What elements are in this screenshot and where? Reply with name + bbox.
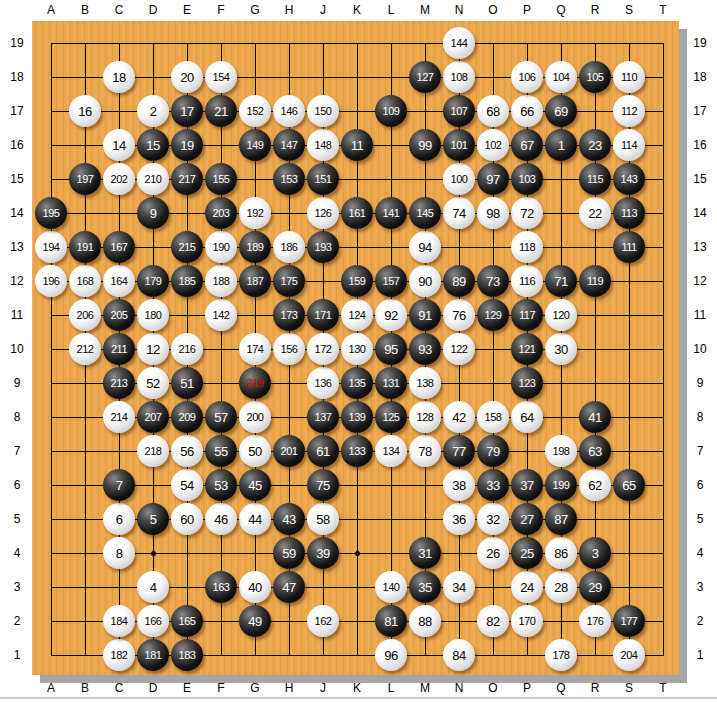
- black-stone: 123: [511, 367, 543, 399]
- coordinate-label: A: [34, 681, 68, 695]
- coordinate-label: H: [272, 681, 306, 695]
- white-stone: 184: [103, 605, 135, 637]
- white-stone: 198: [545, 435, 577, 467]
- white-stone: 182: [103, 639, 135, 671]
- black-stone: 165: [171, 605, 203, 637]
- coordinate-label: 17: [686, 94, 714, 128]
- black-stone: 153: [273, 163, 305, 195]
- coordinate-label: O: [476, 681, 510, 695]
- coordinate-label: D: [136, 681, 170, 695]
- black-stone: 45: [239, 469, 271, 501]
- white-stone: 192: [239, 197, 271, 229]
- black-stone: 5: [137, 503, 169, 535]
- black-stone: 99: [409, 129, 441, 161]
- black-stone: 177: [613, 605, 645, 637]
- coordinate-label: R: [578, 3, 612, 17]
- right-coordinates: 19181716151413121110987654321: [686, 26, 714, 672]
- black-stone: 61: [307, 435, 339, 467]
- white-stone: 174: [239, 333, 271, 365]
- white-stone: 116: [511, 265, 543, 297]
- white-stone: 96: [375, 639, 407, 671]
- white-stone: 188: [205, 265, 237, 297]
- white-stone: 20: [171, 61, 203, 93]
- black-stone: 17: [171, 95, 203, 127]
- white-stone: 52: [137, 367, 169, 399]
- black-stone: 29: [579, 571, 611, 603]
- white-stone: 134: [375, 435, 407, 467]
- white-stone: 124: [341, 299, 373, 331]
- black-stone: 133: [341, 435, 373, 467]
- white-stone: 136: [307, 367, 339, 399]
- black-stone: 205: [103, 299, 135, 331]
- black-stone: 183: [171, 639, 203, 671]
- black-stone: 37: [511, 469, 543, 501]
- coordinate-label: Q: [544, 3, 578, 17]
- coordinate-label: J: [306, 3, 340, 17]
- white-stone: 94: [409, 231, 441, 263]
- coordinate-label: F: [204, 3, 238, 17]
- white-stone: 26: [477, 537, 509, 569]
- black-stone: 135: [341, 367, 373, 399]
- black-stone: 159: [341, 265, 373, 297]
- black-stone: 35: [409, 571, 441, 603]
- white-stone: 108: [443, 61, 475, 93]
- black-stone: 105: [579, 61, 611, 93]
- white-stone: 114: [613, 129, 645, 161]
- black-stone: 145: [409, 197, 441, 229]
- coordinate-label: T: [646, 681, 680, 695]
- white-stone: 82: [477, 605, 509, 637]
- white-stone: 66: [511, 95, 543, 127]
- coordinate-label: F: [204, 681, 238, 695]
- white-stone: 204: [613, 639, 645, 671]
- white-stone: 74: [443, 197, 475, 229]
- black-stone: 97: [477, 163, 509, 195]
- black-stone: 201: [273, 435, 305, 467]
- black-stone: 189: [239, 231, 271, 263]
- coordinate-label: M: [408, 3, 442, 17]
- black-stone: 9: [137, 197, 169, 229]
- black-stone: 147: [273, 129, 305, 161]
- white-stone: 118: [511, 231, 543, 263]
- coordinate-label: 10: [3, 332, 31, 366]
- white-stone: 100: [443, 163, 475, 195]
- white-stone: 24: [511, 571, 543, 603]
- black-stone: 197: [69, 163, 101, 195]
- black-stone: 137: [307, 401, 339, 433]
- go-game-diagram: ABCDEFGHJKLMNOPQRST ABCDEFGHJKLMNOPQRST …: [0, 0, 717, 703]
- coordinate-label: T: [646, 3, 680, 17]
- white-stone: 166: [137, 605, 169, 637]
- coordinate-label: 16: [686, 128, 714, 162]
- coordinate-label: L: [374, 681, 408, 695]
- white-stone: 76: [443, 299, 475, 331]
- coordinate-label: 8: [686, 400, 714, 434]
- white-stone: 214: [103, 401, 135, 433]
- white-stone: 78: [409, 435, 441, 467]
- coordinate-label: E: [170, 3, 204, 17]
- black-stone: 155: [205, 163, 237, 195]
- black-stone: 121: [511, 333, 543, 365]
- board-grid: 1234567891112141516171819202122232425262…: [34, 26, 680, 672]
- coordinate-label: 17: [3, 94, 31, 128]
- white-stone: 130: [341, 333, 373, 365]
- black-stone: 47: [273, 571, 305, 603]
- white-stone: 210: [137, 163, 169, 195]
- white-stone: 194: [35, 231, 67, 263]
- white-stone: 168: [69, 265, 101, 297]
- white-stone: 60: [171, 503, 203, 535]
- black-stone: 1: [545, 129, 577, 161]
- coordinate-label: 6: [3, 468, 31, 502]
- black-stone: 49: [239, 605, 271, 637]
- black-stone: 151: [307, 163, 339, 195]
- white-stone: 150: [307, 95, 339, 127]
- black-stone: 89: [443, 265, 475, 297]
- black-stone: 141: [375, 197, 407, 229]
- white-stone: 176: [579, 605, 611, 637]
- white-stone: 18: [103, 61, 135, 93]
- black-stone: 71: [545, 265, 577, 297]
- white-stone: 90: [409, 265, 441, 297]
- white-stone: 14: [103, 129, 135, 161]
- black-stone: 203: [205, 197, 237, 229]
- goban[interactable]: 1234567891112141516171819202122232425262…: [32, 21, 679, 675]
- black-stone: 139: [341, 401, 373, 433]
- white-stone: 2: [137, 95, 169, 127]
- black-stone: 79: [477, 435, 509, 467]
- black-stone: 209: [171, 401, 203, 433]
- white-stone: 178: [545, 639, 577, 671]
- black-stone: 57: [205, 401, 237, 433]
- black-stone: 107: [443, 95, 475, 127]
- coordinate-label: 12: [686, 264, 714, 298]
- white-stone: 72: [511, 197, 543, 229]
- coordinate-label: S: [612, 681, 646, 695]
- star-point: [151, 551, 156, 556]
- black-stone: 23: [579, 129, 611, 161]
- black-stone: 11: [341, 129, 373, 161]
- black-stone: 143: [613, 163, 645, 195]
- white-stone: 126: [307, 197, 339, 229]
- white-stone: 56: [171, 435, 203, 467]
- white-stone: 206: [69, 299, 101, 331]
- black-stone: 109: [375, 95, 407, 127]
- black-stone: 163: [205, 571, 237, 603]
- white-stone: 196: [35, 265, 67, 297]
- black-stone: 3: [579, 537, 611, 569]
- white-stone: 40: [239, 571, 271, 603]
- coordinate-label: 1: [3, 638, 31, 672]
- coordinate-label: A: [34, 3, 68, 17]
- coordinate-label: 6: [686, 468, 714, 502]
- black-stone: 173: [273, 299, 305, 331]
- white-stone: 104: [545, 61, 577, 93]
- black-stone: 211: [103, 333, 135, 365]
- coordinate-label: N: [442, 681, 476, 695]
- black-stone: 113: [613, 197, 645, 229]
- coordinate-label: 2: [686, 604, 714, 638]
- white-stone: 144: [443, 27, 475, 59]
- coordinate-label: 9: [686, 366, 714, 400]
- white-stone: 138: [409, 367, 441, 399]
- black-stone: 131: [375, 367, 407, 399]
- coordinate-label: P: [510, 3, 544, 17]
- black-stone: 111: [613, 231, 645, 263]
- black-stone: 81: [375, 605, 407, 637]
- coordinate-label: 11: [3, 298, 31, 332]
- coordinate-label: 7: [3, 434, 31, 468]
- white-stone: 186: [273, 231, 305, 263]
- coordinate-label: M: [408, 681, 442, 695]
- white-stone: 120: [545, 299, 577, 331]
- coordinate-label: 18: [686, 60, 714, 94]
- white-stone: 148: [307, 129, 339, 161]
- black-stone: 75: [307, 469, 339, 501]
- black-stone: 219: [239, 367, 271, 399]
- white-stone: 110: [613, 61, 645, 93]
- black-stone: 175: [273, 265, 305, 297]
- black-stone: 157: [375, 265, 407, 297]
- coordinate-label: 1: [686, 638, 714, 672]
- coordinate-label: 10: [686, 332, 714, 366]
- coordinate-label: 19: [3, 26, 31, 60]
- bottom-divider: [0, 697, 717, 699]
- coordinate-label: 2: [3, 604, 31, 638]
- coordinate-label: 9: [3, 366, 31, 400]
- black-stone: 181: [137, 639, 169, 671]
- white-stone: 34: [443, 571, 475, 603]
- black-stone: 101: [443, 129, 475, 161]
- white-stone: 88: [409, 605, 441, 637]
- coordinate-label: 15: [3, 162, 31, 196]
- white-stone: 218: [137, 435, 169, 467]
- coordinate-label: 13: [686, 230, 714, 264]
- black-stone: 215: [171, 231, 203, 263]
- coordinate-label: 13: [3, 230, 31, 264]
- black-stone: 207: [137, 401, 169, 433]
- coordinate-label: 16: [3, 128, 31, 162]
- coordinate-label: 5: [3, 502, 31, 536]
- black-stone: 217: [171, 163, 203, 195]
- black-stone: 55: [205, 435, 237, 467]
- white-stone: 46: [205, 503, 237, 535]
- black-stone: 213: [103, 367, 135, 399]
- black-stone: 19: [171, 129, 203, 161]
- coordinate-label: 18: [3, 60, 31, 94]
- white-stone: 8: [103, 537, 135, 569]
- black-stone: 115: [579, 163, 611, 195]
- star-point: [355, 551, 360, 556]
- black-stone: 15: [137, 129, 169, 161]
- white-stone: 92: [375, 299, 407, 331]
- black-stone: 103: [511, 163, 543, 195]
- white-stone: 180: [137, 299, 169, 331]
- coordinate-label: P: [510, 681, 544, 695]
- white-stone: 42: [443, 401, 475, 433]
- white-stone: 102: [477, 129, 509, 161]
- coordinate-label: C: [102, 3, 136, 17]
- white-stone: 54: [171, 469, 203, 501]
- coordinate-label: B: [68, 3, 102, 17]
- black-stone: 191: [69, 231, 101, 263]
- black-stone: 59: [273, 537, 305, 569]
- black-stone: 67: [511, 129, 543, 161]
- white-stone: 58: [307, 503, 339, 535]
- black-stone: 199: [545, 469, 577, 501]
- black-stone: 69: [545, 95, 577, 127]
- black-stone: 117: [511, 299, 543, 331]
- coordinate-label: L: [374, 3, 408, 17]
- coordinate-label: 3: [686, 570, 714, 604]
- black-stone: 39: [307, 537, 339, 569]
- white-stone: 158: [477, 401, 509, 433]
- black-stone: 93: [409, 333, 441, 365]
- black-stone: 129: [477, 299, 509, 331]
- black-stone: 77: [443, 435, 475, 467]
- black-stone: 195: [35, 197, 67, 229]
- white-stone: 22: [579, 197, 611, 229]
- coordinate-label: N: [442, 3, 476, 17]
- black-stone: 125: [375, 401, 407, 433]
- white-stone: 142: [205, 299, 237, 331]
- black-stone: 127: [409, 61, 441, 93]
- black-stone: 179: [137, 265, 169, 297]
- white-stone: 30: [545, 333, 577, 365]
- coordinate-label: K: [340, 3, 374, 17]
- white-stone: 154: [205, 61, 237, 93]
- white-stone: 202: [103, 163, 135, 195]
- coordinate-label: 15: [686, 162, 714, 196]
- bottom-coordinates: ABCDEFGHJKLMNOPQRST: [34, 681, 680, 695]
- black-stone: 185: [171, 265, 203, 297]
- black-stone: 119: [579, 265, 611, 297]
- white-stone: 68: [477, 95, 509, 127]
- white-stone: 12: [137, 333, 169, 365]
- white-stone: 44: [239, 503, 271, 535]
- coordinate-label: G: [238, 3, 272, 17]
- top-coordinates: ABCDEFGHJKLMNOPQRST: [34, 3, 680, 17]
- white-stone: 84: [443, 639, 475, 671]
- white-stone: 170: [511, 605, 543, 637]
- black-stone: 91: [409, 299, 441, 331]
- white-stone: 122: [443, 333, 475, 365]
- white-stone: 200: [239, 401, 271, 433]
- black-stone: 73: [477, 265, 509, 297]
- coordinate-label: B: [68, 681, 102, 695]
- coordinate-label: 11: [686, 298, 714, 332]
- white-stone: 106: [511, 61, 543, 93]
- black-stone: 25: [511, 537, 543, 569]
- black-stone: 31: [409, 537, 441, 569]
- coordinate-label: C: [102, 681, 136, 695]
- white-stone: 32: [477, 503, 509, 535]
- black-stone: 41: [579, 401, 611, 433]
- coordinate-label: 7: [686, 434, 714, 468]
- white-stone: 172: [307, 333, 339, 365]
- black-stone: 33: [477, 469, 509, 501]
- coordinate-label: 5: [686, 502, 714, 536]
- black-stone: 51: [171, 367, 203, 399]
- white-stone: 162: [307, 605, 339, 637]
- white-stone: 28: [545, 571, 577, 603]
- white-stone: 38: [443, 469, 475, 501]
- left-coordinates: 19181716151413121110987654321: [3, 26, 31, 672]
- white-stone: 16: [69, 95, 101, 127]
- coordinate-label: H: [272, 3, 306, 17]
- black-stone: 161: [341, 197, 373, 229]
- white-stone: 212: [69, 333, 101, 365]
- white-stone: 140: [375, 571, 407, 603]
- white-stone: 86: [545, 537, 577, 569]
- white-stone: 128: [409, 401, 441, 433]
- white-stone: 190: [205, 231, 237, 263]
- coordinate-label: D: [136, 3, 170, 17]
- black-stone: 53: [205, 469, 237, 501]
- black-stone: 27: [511, 503, 543, 535]
- coordinate-label: 4: [3, 536, 31, 570]
- white-stone: 4: [137, 571, 169, 603]
- coordinate-label: 14: [3, 196, 31, 230]
- coordinate-label: 12: [3, 264, 31, 298]
- black-stone: 65: [613, 469, 645, 501]
- coordinate-label: 8: [3, 400, 31, 434]
- coordinate-label: Q: [544, 681, 578, 695]
- coordinate-label: J: [306, 681, 340, 695]
- black-stone: 149: [239, 129, 271, 161]
- black-stone: 187: [239, 265, 271, 297]
- white-stone: 98: [477, 197, 509, 229]
- coordinate-label: 4: [686, 536, 714, 570]
- coordinate-label: 14: [686, 196, 714, 230]
- black-stone: 43: [273, 503, 305, 535]
- white-stone: 152: [239, 95, 271, 127]
- black-stone: 7: [103, 469, 135, 501]
- white-stone: 216: [171, 333, 203, 365]
- coordinate-label: 3: [3, 570, 31, 604]
- white-stone: 62: [579, 469, 611, 501]
- white-stone: 164: [103, 265, 135, 297]
- coordinate-label: K: [340, 681, 374, 695]
- white-stone: 36: [443, 503, 475, 535]
- coordinate-label: S: [612, 3, 646, 17]
- black-stone: 95: [375, 333, 407, 365]
- white-stone: 64: [511, 401, 543, 433]
- black-stone: 193: [307, 231, 339, 263]
- white-stone: 156: [273, 333, 305, 365]
- black-stone: 167: [103, 231, 135, 263]
- coordinate-label: 19: [686, 26, 714, 60]
- coordinate-label: R: [578, 681, 612, 695]
- white-stone: 50: [239, 435, 271, 467]
- coordinate-label: O: [476, 3, 510, 17]
- white-stone: 112: [613, 95, 645, 127]
- black-stone: 63: [579, 435, 611, 467]
- coordinate-label: G: [238, 681, 272, 695]
- coordinate-label: E: [170, 681, 204, 695]
- black-stone: 87: [545, 503, 577, 535]
- white-stone: 6: [103, 503, 135, 535]
- black-stone: 171: [307, 299, 339, 331]
- black-stone: 21: [205, 95, 237, 127]
- white-stone: 146: [273, 95, 305, 127]
